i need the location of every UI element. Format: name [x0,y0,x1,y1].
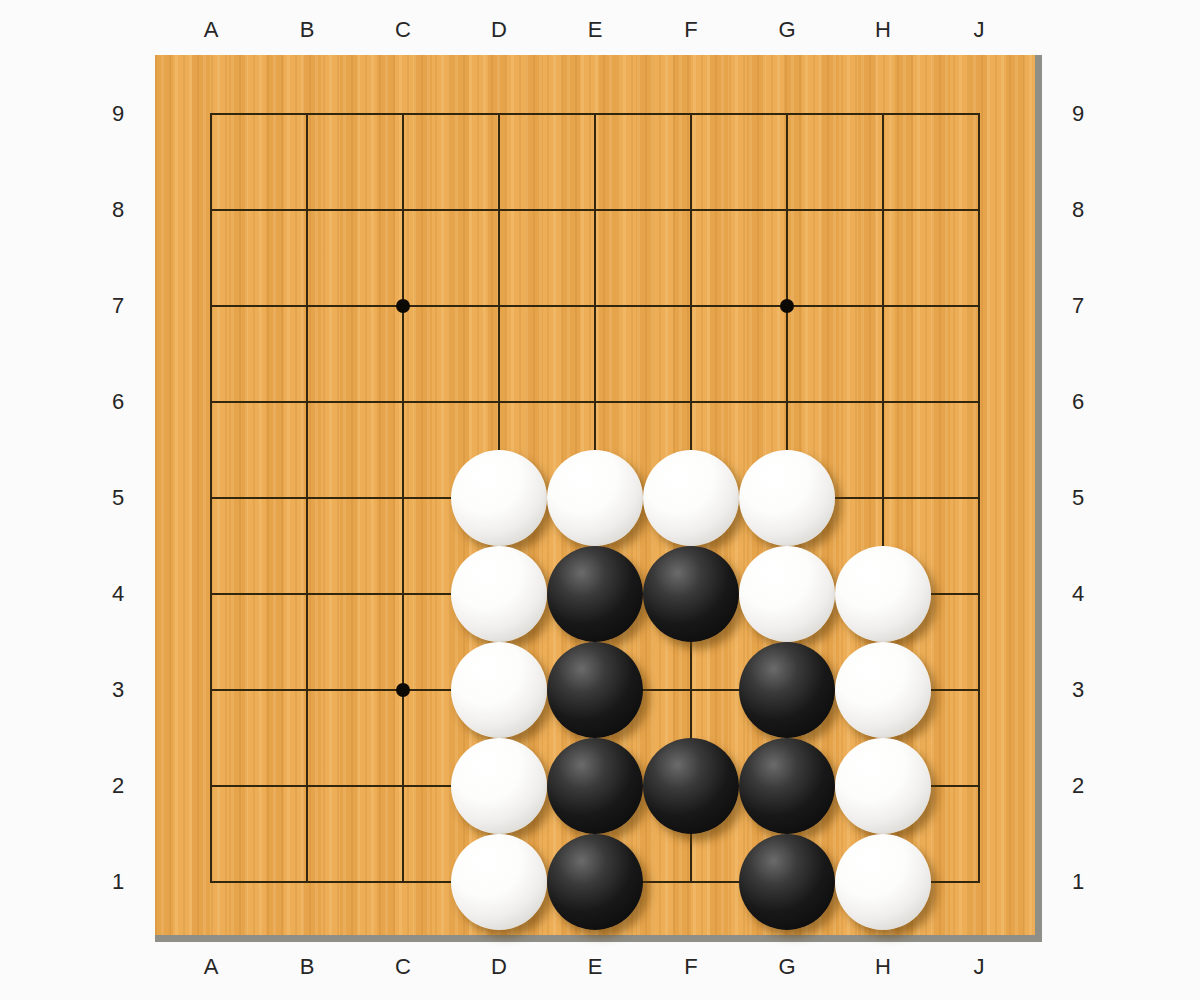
coord-label-right-5: 5 [1056,485,1100,511]
coord-label-top-C: C [381,17,425,43]
coord-label-left-2: 2 [96,773,140,799]
coord-label-top-H: H [861,17,905,43]
coord-label-bottom-F: F [669,954,713,980]
stone-black-G1 [739,834,835,930]
stone-black-E1 [547,834,643,930]
coord-label-right-2: 2 [1056,773,1100,799]
star-point-C3 [396,683,410,697]
stone-white-H3 [835,642,931,738]
coord-label-right-6: 6 [1056,389,1100,415]
coord-label-right-4: 4 [1056,581,1100,607]
stone-white-D4 [451,546,547,642]
coord-label-right-9: 9 [1056,101,1100,127]
coord-label-bottom-E: E [573,954,617,980]
coord-label-left-8: 8 [96,197,140,223]
coord-label-left-4: 4 [96,581,140,607]
coord-label-bottom-A: A [189,954,233,980]
coord-label-left-1: 1 [96,869,140,895]
coord-label-right-8: 8 [1056,197,1100,223]
stone-black-E4 [547,546,643,642]
coord-label-left-3: 3 [96,677,140,703]
coord-label-bottom-D: D [477,954,521,980]
coord-label-bottom-B: B [285,954,329,980]
stone-black-E2 [547,738,643,834]
coord-label-top-J: J [957,17,1001,43]
stone-white-D3 [451,642,547,738]
stone-white-H2 [835,738,931,834]
coord-label-top-B: B [285,17,329,43]
coord-label-left-6: 6 [96,389,140,415]
stone-black-G3 [739,642,835,738]
coord-label-top-E: E [573,17,617,43]
stone-white-D1 [451,834,547,930]
coord-label-bottom-G: G [765,954,809,980]
star-point-C7 [396,299,410,313]
stone-white-E5 [547,450,643,546]
coord-label-top-G: G [765,17,809,43]
stone-white-G5 [739,450,835,546]
coord-label-left-5: 5 [96,485,140,511]
go-diagram: AABBCCDDEEFFGGHHJJ998877665544332211 [0,0,1200,1000]
stone-black-G2 [739,738,835,834]
stone-white-H4 [835,546,931,642]
stone-black-E3 [547,642,643,738]
stone-black-F2 [643,738,739,834]
coord-label-top-D: D [477,17,521,43]
coord-label-bottom-C: C [381,954,425,980]
coord-label-right-3: 3 [1056,677,1100,703]
star-point-G7 [780,299,794,313]
stone-white-G4 [739,546,835,642]
coord-label-top-A: A [189,17,233,43]
coord-label-bottom-H: H [861,954,905,980]
stone-black-F4 [643,546,739,642]
coord-label-right-7: 7 [1056,293,1100,319]
stone-white-H1 [835,834,931,930]
stone-white-F5 [643,450,739,546]
stone-white-D5 [451,450,547,546]
grid-line-vertical [978,113,980,883]
coord-label-bottom-J: J [957,954,1001,980]
go-board[interactable] [155,55,1042,942]
coord-label-left-7: 7 [96,293,140,319]
stone-white-D2 [451,738,547,834]
coord-label-right-1: 1 [1056,869,1100,895]
coord-label-top-F: F [669,17,713,43]
coord-label-left-9: 9 [96,101,140,127]
